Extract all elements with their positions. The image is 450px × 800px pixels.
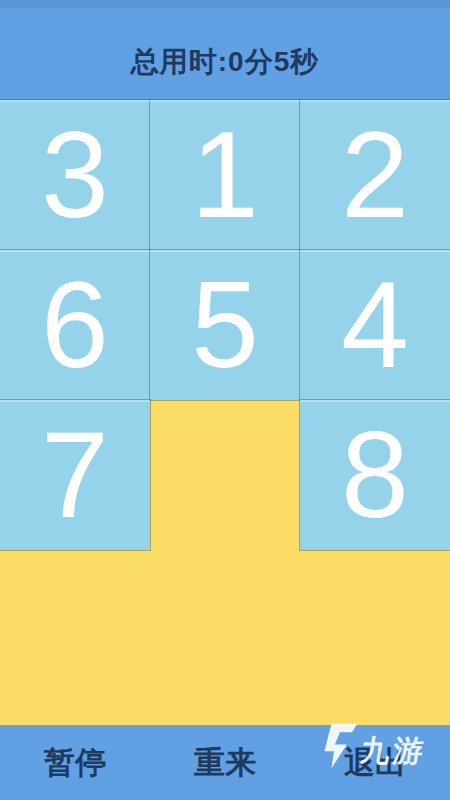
- pause-button[interactable]: 暂停: [0, 725, 150, 800]
- timer-text: 总用时:0分5秒: [131, 43, 319, 81]
- tile-4[interactable]: 4: [300, 250, 450, 400]
- tile-7[interactable]: 7: [0, 400, 150, 550]
- tile-8[interactable]: 8: [300, 400, 450, 550]
- tile-6[interactable]: 6: [0, 250, 150, 400]
- puzzle-board: 3 1 2 6 5 4 7 8: [0, 100, 450, 550]
- tile-2[interactable]: 2: [300, 100, 450, 250]
- bottom-bar: 暂停 重来 退出: [0, 725, 450, 800]
- timer-bar: 总用时:0分5秒: [0, 0, 450, 100]
- restart-button[interactable]: 重来: [150, 725, 300, 800]
- tile-5[interactable]: 5: [150, 250, 300, 400]
- exit-button[interactable]: 退出: [300, 725, 450, 800]
- tile-3[interactable]: 3: [0, 100, 150, 250]
- tile-1[interactable]: 1: [150, 100, 300, 250]
- empty-cell: [150, 400, 300, 550]
